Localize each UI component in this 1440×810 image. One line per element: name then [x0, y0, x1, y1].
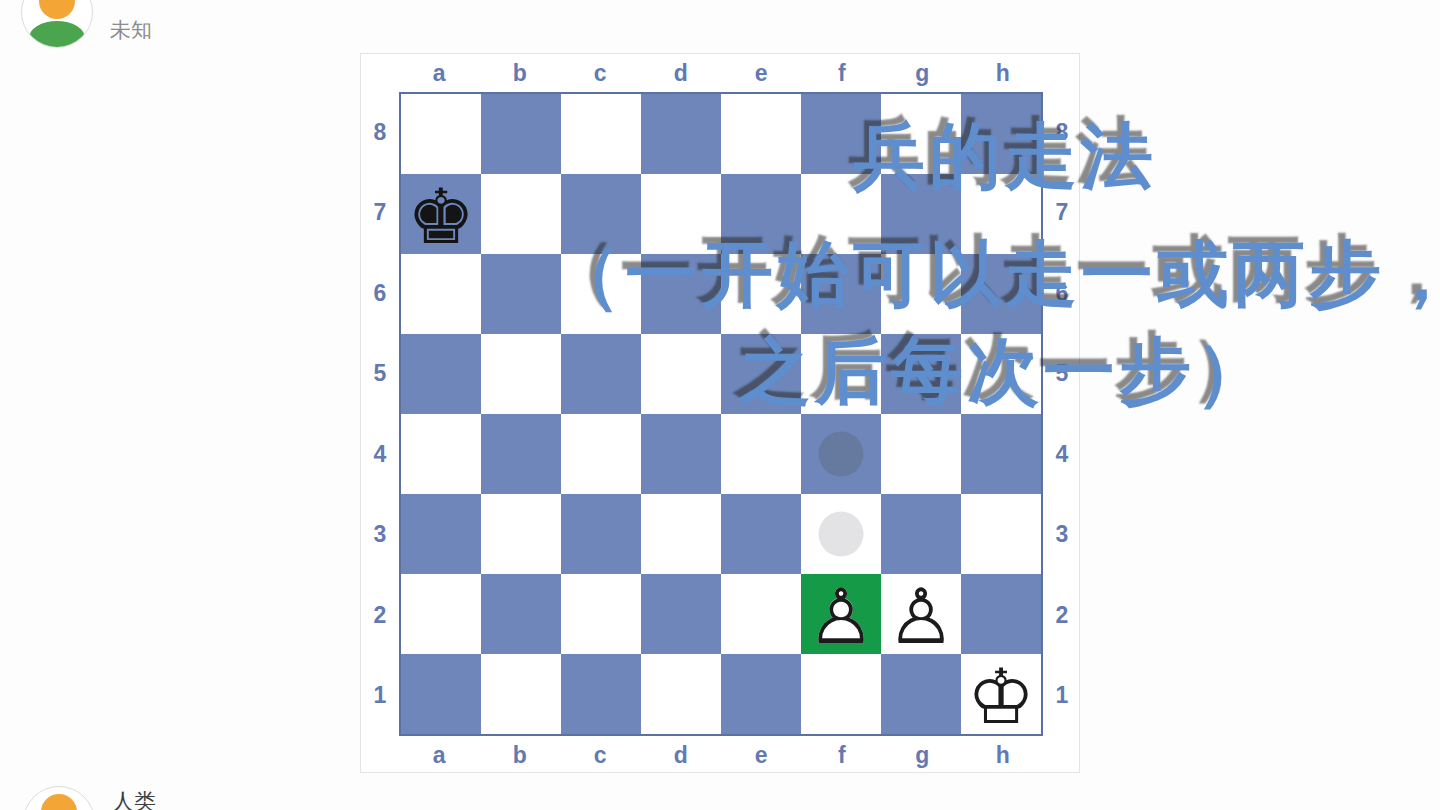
bottom-player-avatar[interactable] — [23, 786, 95, 810]
rank-labels-right: 87654321 — [1043, 92, 1081, 736]
rank-label-4: 4 — [361, 414, 399, 495]
square-e7[interactable] — [721, 174, 801, 254]
square-g6[interactable] — [881, 254, 961, 334]
piece-white-pawn-outline: ♙ — [801, 577, 881, 657]
square-d7[interactable] — [641, 174, 721, 254]
file-label-e: e — [721, 54, 802, 92]
square-e5[interactable] — [721, 334, 801, 414]
square-f4[interactable] — [801, 414, 881, 494]
square-a2[interactable] — [401, 574, 481, 654]
square-b7[interactable] — [481, 174, 561, 254]
rank-label-5: 5 — [361, 334, 399, 415]
piece-white-king-outline: ♔ — [961, 657, 1041, 737]
rank-label-5: 5 — [1043, 334, 1081, 415]
piece-white-king: ♚ — [961, 657, 1041, 737]
file-labels-top: abcdefgh — [399, 54, 1043, 92]
piece-white-pawn: ♟ — [881, 577, 961, 657]
square-f5[interactable] — [801, 334, 881, 414]
square-a1[interactable] — [401, 654, 481, 734]
square-d2[interactable] — [641, 574, 721, 654]
square-a7[interactable]: ♚ — [401, 174, 481, 254]
file-label-b: b — [480, 736, 561, 774]
square-g1[interactable] — [881, 654, 961, 734]
file-label-g: g — [882, 736, 963, 774]
square-d8[interactable] — [641, 94, 721, 174]
square-g3[interactable] — [881, 494, 961, 574]
square-g2[interactable]: ♟♙ — [881, 574, 961, 654]
rank-label-8: 8 — [1043, 92, 1081, 173]
piece-white-pawn-outline: ♙ — [881, 577, 961, 657]
square-b4[interactable] — [481, 414, 561, 494]
square-f2[interactable]: ♟♙ — [801, 574, 881, 654]
square-c2[interactable] — [561, 574, 641, 654]
chess-board: ♚♟♙♟♙♚♔ — [399, 92, 1043, 736]
square-g5[interactable] — [881, 334, 961, 414]
bottom-player-name: 人类 — [112, 787, 156, 810]
square-a5[interactable] — [401, 334, 481, 414]
square-f1[interactable] — [801, 654, 881, 734]
square-c3[interactable] — [561, 494, 641, 574]
top-player-avatar[interactable] — [21, 0, 93, 48]
square-a6[interactable] — [401, 254, 481, 334]
file-label-c: c — [560, 736, 641, 774]
square-f3[interactable] — [801, 494, 881, 574]
file-label-a: a — [399, 736, 480, 774]
square-d6[interactable] — [641, 254, 721, 334]
square-c5[interactable] — [561, 334, 641, 414]
square-h1[interactable]: ♚♔ — [961, 654, 1041, 734]
rank-label-7: 7 — [361, 173, 399, 254]
square-d5[interactable] — [641, 334, 721, 414]
file-label-f: f — [802, 736, 883, 774]
square-c7[interactable] — [561, 174, 641, 254]
avatar-head-icon — [39, 0, 75, 19]
square-b5[interactable] — [481, 334, 561, 414]
square-b8[interactable] — [481, 94, 561, 174]
square-h3[interactable] — [961, 494, 1041, 574]
square-f6[interactable] — [801, 254, 881, 334]
square-e2[interactable] — [721, 574, 801, 654]
piece-white-pawn: ♟ — [801, 577, 881, 657]
square-f7[interactable] — [801, 174, 881, 254]
square-c1[interactable] — [561, 654, 641, 734]
file-label-h: h — [963, 736, 1044, 774]
square-e8[interactable] — [721, 94, 801, 174]
square-h7[interactable] — [961, 174, 1041, 254]
square-a8[interactable] — [401, 94, 481, 174]
file-label-d: d — [641, 54, 722, 92]
file-label-e: e — [721, 736, 802, 774]
square-f8[interactable] — [801, 94, 881, 174]
square-h5[interactable] — [961, 334, 1041, 414]
square-c8[interactable] — [561, 94, 641, 174]
square-e6[interactable] — [721, 254, 801, 334]
square-h6[interactable] — [961, 254, 1041, 334]
rank-label-3: 3 — [361, 495, 399, 576]
avatar-body-icon — [29, 21, 85, 48]
square-h2[interactable] — [961, 574, 1041, 654]
file-label-f: f — [802, 54, 883, 92]
rank-label-1: 1 — [1043, 656, 1081, 737]
file-labels-bottom: abcdefgh — [399, 736, 1043, 774]
square-d4[interactable] — [641, 414, 721, 494]
file-label-d: d — [641, 736, 722, 774]
square-e4[interactable] — [721, 414, 801, 494]
move-hint-dot-f3 — [819, 512, 864, 557]
rank-label-6: 6 — [1043, 253, 1081, 334]
rank-label-8: 8 — [361, 92, 399, 173]
square-d3[interactable] — [641, 494, 721, 574]
rank-label-6: 6 — [361, 253, 399, 334]
file-label-b: b — [480, 54, 561, 92]
square-g7[interactable] — [881, 174, 961, 254]
square-c4[interactable] — [561, 414, 641, 494]
rank-label-2: 2 — [361, 575, 399, 656]
square-b1[interactable] — [481, 654, 561, 734]
move-hint-dot-f4 — [819, 432, 864, 477]
square-d1[interactable] — [641, 654, 721, 734]
square-g8[interactable] — [881, 94, 961, 174]
square-a4[interactable] — [401, 414, 481, 494]
square-e1[interactable] — [721, 654, 801, 734]
board-panel: abcdefgh abcdefgh 87654321 87654321 ♚♟♙♟… — [360, 53, 1080, 773]
square-b3[interactable] — [481, 494, 561, 574]
avatar-head-icon — [41, 794, 77, 810]
square-b2[interactable] — [481, 574, 561, 654]
square-h8[interactable] — [961, 94, 1041, 174]
top-player-name: 未知 — [110, 16, 152, 44]
piece-black-king: ♚ — [401, 177, 481, 257]
square-a3[interactable] — [401, 494, 481, 574]
square-e3[interactable] — [721, 494, 801, 574]
file-label-g: g — [882, 54, 963, 92]
file-label-h: h — [963, 54, 1044, 92]
square-g4[interactable] — [881, 414, 961, 494]
square-b6[interactable] — [481, 254, 561, 334]
file-label-a: a — [399, 54, 480, 92]
rank-label-1: 1 — [361, 656, 399, 737]
rank-labels-left: 87654321 — [361, 92, 399, 736]
rank-label-4: 4 — [1043, 414, 1081, 495]
file-label-c: c — [560, 54, 641, 92]
square-c6[interactable] — [561, 254, 641, 334]
rank-label-3: 3 — [1043, 495, 1081, 576]
square-h4[interactable] — [961, 414, 1041, 494]
rank-label-7: 7 — [1043, 173, 1081, 254]
rank-label-2: 2 — [1043, 575, 1081, 656]
